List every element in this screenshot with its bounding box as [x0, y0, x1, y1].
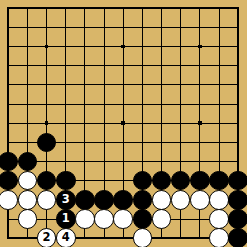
intersection-g1[interactable]	[114, 229, 133, 247]
intersection-j10[interactable]	[152, 56, 171, 75]
white-stone	[18, 190, 38, 210]
intersection-f9[interactable]	[94, 75, 113, 94]
intersection-c3[interactable]	[37, 190, 56, 209]
intersection-c9[interactable]	[37, 75, 56, 94]
white-stone	[133, 228, 153, 247]
black-stone	[228, 190, 247, 210]
intersection-g3[interactable]	[114, 190, 133, 209]
intersection-h10[interactable]	[133, 56, 152, 75]
white-stone	[209, 209, 229, 229]
black-stone	[133, 171, 153, 191]
intersection-k10[interactable]	[171, 56, 190, 75]
intersection-k1[interactable]	[171, 229, 190, 247]
intersection-n3[interactable]	[229, 190, 247, 209]
intersection-h2[interactable]	[133, 209, 152, 228]
intersection-b11[interactable]	[18, 37, 37, 56]
white-stone	[18, 209, 38, 229]
intersection-h3[interactable]	[133, 190, 152, 209]
intersection-a3[interactable]	[0, 190, 18, 209]
black-stone	[171, 171, 191, 191]
star-point	[45, 121, 49, 125]
intersection-l7[interactable]	[190, 114, 209, 133]
intersection-d8[interactable]	[56, 94, 75, 113]
intersection-g11[interactable]	[114, 37, 133, 56]
intersection-l1[interactable]	[190, 229, 209, 247]
move-number-label: 4	[62, 232, 70, 244]
intersection-d11[interactable]	[56, 37, 75, 56]
intersection-g10[interactable]	[114, 56, 133, 75]
intersection-d9[interactable]	[56, 75, 75, 94]
intersection-j6[interactable]	[152, 133, 171, 152]
white-stone	[113, 209, 133, 229]
black-stone	[190, 171, 210, 191]
move-number-label: 2	[43, 232, 51, 244]
intersection-h5[interactable]	[133, 152, 152, 171]
intersection-a6[interactable]	[0, 133, 18, 152]
intersection-l6[interactable]	[190, 133, 209, 152]
intersection-k8[interactable]	[171, 94, 190, 113]
intersection-c4[interactable]	[37, 171, 56, 190]
intersection-h6[interactable]	[133, 133, 152, 152]
white-stone: 4	[56, 228, 76, 247]
white-stone: 2	[37, 228, 57, 247]
white-stone	[152, 209, 172, 229]
intersection-m3[interactable]	[209, 190, 228, 209]
intersection-l12[interactable]	[190, 18, 209, 37]
intersection-b9[interactable]	[18, 75, 37, 94]
intersection-e10[interactable]	[75, 56, 94, 75]
intersection-b13[interactable]	[18, 0, 37, 18]
intersection-l4[interactable]	[190, 171, 209, 190]
intersection-g8[interactable]	[114, 94, 133, 113]
intersection-m13[interactable]	[209, 0, 228, 18]
move-number-label: 1	[62, 213, 70, 225]
intersection-b8[interactable]	[18, 94, 37, 113]
intersection-h1[interactable]	[133, 229, 152, 247]
intersection-e6[interactable]	[75, 133, 94, 152]
intersection-l2[interactable]	[190, 209, 209, 228]
black-stone	[228, 209, 247, 229]
intersection-c13[interactable]	[37, 0, 56, 18]
intersection-m2[interactable]	[209, 209, 228, 228]
black-stone	[37, 171, 57, 191]
intersection-j12[interactable]	[152, 18, 171, 37]
intersection-k6[interactable]	[171, 133, 190, 152]
intersection-j9[interactable]	[152, 75, 171, 94]
intersection-e11[interactable]	[75, 37, 94, 56]
intersection-d7[interactable]	[56, 114, 75, 133]
intersection-j8[interactable]	[152, 94, 171, 113]
intersection-g13[interactable]	[114, 0, 133, 18]
intersection-f6[interactable]	[94, 133, 113, 152]
black-stone	[75, 190, 95, 210]
star-point	[198, 121, 202, 125]
intersection-c5[interactable]	[37, 152, 56, 171]
intersection-n10[interactable]	[229, 56, 247, 75]
intersection-h12[interactable]	[133, 18, 152, 37]
intersection-e12[interactable]	[75, 18, 94, 37]
intersection-e8[interactable]	[75, 94, 94, 113]
intersection-g4[interactable]	[114, 171, 133, 190]
intersection-l9[interactable]	[190, 75, 209, 94]
intersection-n6[interactable]	[229, 133, 247, 152]
intersection-j13[interactable]	[152, 0, 171, 18]
black-stone	[56, 171, 76, 191]
intersection-a8[interactable]	[0, 94, 18, 113]
star-point	[45, 45, 49, 49]
intersection-j7[interactable]	[152, 114, 171, 133]
intersection-k2[interactable]	[171, 209, 190, 228]
intersection-h13[interactable]	[133, 0, 152, 18]
intersection-b6[interactable]	[18, 133, 37, 152]
intersection-h11[interactable]	[133, 37, 152, 56]
star-point	[198, 45, 202, 49]
intersection-c10[interactable]	[37, 56, 56, 75]
intersection-c6[interactable]	[37, 133, 56, 152]
intersection-d1[interactable]: 4	[56, 229, 75, 247]
intersection-k12[interactable]	[171, 18, 190, 37]
intersection-k11[interactable]	[171, 37, 190, 56]
intersection-f5[interactable]	[94, 152, 113, 171]
intersection-k13[interactable]	[171, 0, 190, 18]
intersection-n2[interactable]	[229, 209, 247, 228]
white-stone	[152, 190, 172, 210]
intersection-j3[interactable]	[152, 190, 171, 209]
intersection-g7[interactable]	[114, 114, 133, 133]
white-stone	[18, 171, 38, 191]
black-stone: 1	[56, 209, 76, 229]
black-stone	[94, 190, 114, 210]
intersection-e1[interactable]	[75, 229, 94, 247]
go-diagram: 3124	[0, 0, 247, 247]
intersection-n11[interactable]	[229, 37, 247, 56]
star-point	[121, 45, 125, 49]
intersection-n5[interactable]	[229, 152, 247, 171]
intersection-h9[interactable]	[133, 75, 152, 94]
intersection-d13[interactable]	[56, 0, 75, 18]
intersection-k7[interactable]	[171, 114, 190, 133]
intersection-e9[interactable]	[75, 75, 94, 94]
intersection-c2[interactable]	[37, 209, 56, 228]
intersection-e4[interactable]	[75, 171, 94, 190]
intersection-e7[interactable]	[75, 114, 94, 133]
white-stone	[190, 190, 210, 210]
intersection-j2[interactable]	[152, 209, 171, 228]
intersection-d12[interactable]	[56, 18, 75, 37]
move-number-label: 3	[62, 194, 70, 206]
white-stone	[94, 209, 114, 229]
intersection-n12[interactable]	[229, 18, 247, 37]
intersection-a5[interactable]	[0, 152, 18, 171]
black-stone	[18, 152, 38, 172]
black-stone	[228, 171, 247, 191]
white-stone	[75, 209, 95, 229]
white-stone	[209, 190, 229, 210]
intersection-b10[interactable]	[18, 56, 37, 75]
intersection-c8[interactable]	[37, 94, 56, 113]
white-stone	[209, 228, 229, 247]
intersection-b1[interactable]	[18, 229, 37, 247]
intersection-a1[interactable]	[0, 229, 18, 247]
intersection-c1[interactable]: 2	[37, 229, 56, 247]
intersection-b4[interactable]	[18, 171, 37, 190]
intersection-m7[interactable]	[209, 114, 228, 133]
intersection-l8[interactable]	[190, 94, 209, 113]
intersection-h8[interactable]	[133, 94, 152, 113]
intersection-d10[interactable]	[56, 56, 75, 75]
intersection-j1[interactable]	[152, 229, 171, 247]
intersection-f1[interactable]	[94, 229, 113, 247]
black-stone	[133, 190, 153, 210]
intersection-b2[interactable]	[18, 209, 37, 228]
intersection-m4[interactable]	[209, 171, 228, 190]
intersection-f2[interactable]	[94, 209, 113, 228]
intersection-m8[interactable]	[209, 94, 228, 113]
intersection-n4[interactable]	[229, 171, 247, 190]
black-stone	[228, 228, 247, 247]
black-stone	[209, 171, 229, 191]
intersection-m11[interactable]	[209, 37, 228, 56]
black-stone	[152, 171, 172, 191]
intersection-n13[interactable]	[229, 0, 247, 18]
intersection-n8[interactable]	[229, 94, 247, 113]
intersection-m1[interactable]	[209, 229, 228, 247]
intersection-b3[interactable]	[18, 190, 37, 209]
intersection-k3[interactable]	[171, 190, 190, 209]
intersection-l11[interactable]	[190, 37, 209, 56]
intersection-h4[interactable]	[133, 171, 152, 190]
white-stone	[37, 190, 57, 210]
intersection-n7[interactable]	[229, 114, 247, 133]
intersection-f8[interactable]	[94, 94, 113, 113]
intersection-g5[interactable]	[114, 152, 133, 171]
intersection-f3[interactable]	[94, 190, 113, 209]
intersection-a7[interactable]	[0, 114, 18, 133]
intersection-l10[interactable]	[190, 56, 209, 75]
intersection-m10[interactable]	[209, 56, 228, 75]
intersection-k4[interactable]	[171, 171, 190, 190]
star-point	[121, 121, 125, 125]
intersection-f4[interactable]	[94, 171, 113, 190]
intersection-b7[interactable]	[18, 114, 37, 133]
white-stone	[0, 190, 18, 210]
intersection-g9[interactable]	[114, 75, 133, 94]
intersection-k5[interactable]	[171, 152, 190, 171]
intersection-k9[interactable]	[171, 75, 190, 94]
intersection-d2[interactable]: 1	[56, 209, 75, 228]
intersection-e13[interactable]	[75, 0, 94, 18]
intersection-g12[interactable]	[114, 18, 133, 37]
black-stone	[0, 171, 18, 191]
intersection-l13[interactable]	[190, 0, 209, 18]
intersection-d4[interactable]	[56, 171, 75, 190]
intersection-m9[interactable]	[209, 75, 228, 94]
intersection-h7[interactable]	[133, 114, 152, 133]
intersection-f11[interactable]	[94, 37, 113, 56]
intersection-a12[interactable]	[0, 18, 18, 37]
black-stone	[133, 209, 153, 229]
intersection-e3[interactable]	[75, 190, 94, 209]
intersection-b12[interactable]	[18, 18, 37, 37]
go-board[interactable]: 3124	[0, 0, 247, 247]
intersection-a2[interactable]	[0, 209, 18, 228]
intersection-a9[interactable]	[0, 75, 18, 94]
intersection-l3[interactable]	[190, 190, 209, 209]
black-stone: 3	[56, 190, 76, 210]
intersection-d5[interactable]	[56, 152, 75, 171]
white-stone	[171, 190, 191, 210]
black-stone	[0, 152, 18, 172]
intersection-g2[interactable]	[114, 209, 133, 228]
intersection-g6[interactable]	[114, 133, 133, 152]
intersection-e5[interactable]	[75, 152, 94, 171]
intersection-a13[interactable]	[0, 0, 18, 18]
intersection-n9[interactable]	[229, 75, 247, 94]
intersection-j4[interactable]	[152, 171, 171, 190]
intersection-m5[interactable]	[209, 152, 228, 171]
intersection-a11[interactable]	[0, 37, 18, 56]
intersection-b5[interactable]	[18, 152, 37, 171]
intersection-j11[interactable]	[152, 37, 171, 56]
intersection-c7[interactable]	[37, 114, 56, 133]
intersection-n1[interactable]	[229, 229, 247, 247]
intersection-a10[interactable]	[0, 56, 18, 75]
intersection-m12[interactable]	[209, 18, 228, 37]
intersection-c11[interactable]	[37, 37, 56, 56]
intersection-e2[interactable]	[75, 209, 94, 228]
black-stone	[37, 133, 57, 153]
black-stone	[113, 190, 133, 210]
intersection-d3[interactable]: 3	[56, 190, 75, 209]
intersection-m6[interactable]	[209, 133, 228, 152]
intersection-f7[interactable]	[94, 114, 113, 133]
intersection-f13[interactable]	[94, 0, 113, 18]
intersection-l5[interactable]	[190, 152, 209, 171]
intersection-a4[interactable]	[0, 171, 18, 190]
intersection-c12[interactable]	[37, 18, 56, 37]
intersection-f10[interactable]	[94, 56, 113, 75]
intersection-d6[interactable]	[56, 133, 75, 152]
intersection-j5[interactable]	[152, 152, 171, 171]
intersection-f12[interactable]	[94, 18, 113, 37]
